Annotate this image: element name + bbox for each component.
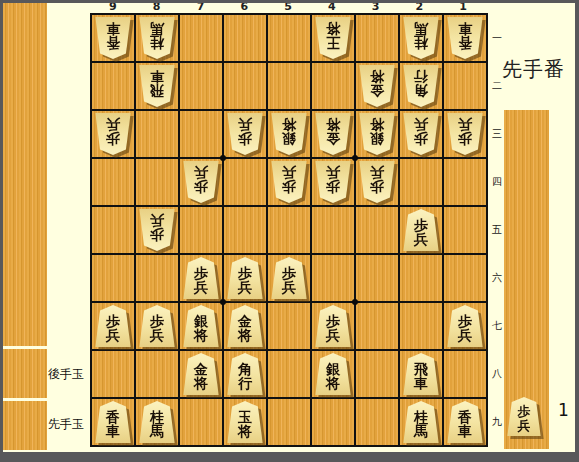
board-square[interactable]: 歩兵 [444,111,486,157]
board-square[interactable]: 香車 [92,399,134,445]
board-square[interactable]: 銀将 [356,111,398,157]
piece-kanji: 兵 [238,118,252,132]
board-square[interactable] [92,159,134,205]
board-square[interactable]: 歩兵 [268,159,310,205]
board-square[interactable]: 金将 [180,351,222,397]
piece-face: 銀将 [359,113,395,155]
shogi-piece[interactable]: 歩兵 [183,257,219,299]
piece-face: 歩兵 [271,161,307,203]
piece-kanji: 馬 [414,22,428,36]
hand-piece-count: 1 [558,400,569,420]
piece-kanji: 兵 [518,419,531,432]
board-square[interactable] [136,159,178,205]
piece-kanji: 将 [194,328,208,342]
piece-kanji: 将 [370,70,384,84]
board-square[interactable] [92,63,134,109]
board-square[interactable]: 銀将 [180,303,222,349]
piece-kanji: 馬 [150,424,164,438]
piece-kanji: 兵 [458,118,472,132]
piece-kanji: 歩 [282,180,296,194]
board-square[interactable] [400,255,442,301]
shogi-piece[interactable]: 歩兵 [315,161,351,203]
piece-kanji: 角 [414,84,428,98]
rank-label: 四 [489,159,505,205]
piece-face: 香車 [447,401,483,443]
piece-face: 歩兵 [227,113,263,155]
board-square[interactable] [312,63,354,109]
piece-kanji: 行 [414,70,428,84]
shogi-piece[interactable]: 角行 [403,65,439,107]
piece-face: 桂馬 [139,401,175,443]
star-point [220,155,226,161]
board-square[interactable] [444,207,486,253]
piece-kanji: 将 [370,118,384,132]
piece-face: 歩兵 [403,209,439,251]
shogi-piece[interactable]: 玉将 [227,401,263,443]
piece-kanji: 歩 [238,266,252,280]
board-square[interactable]: 桂馬 [400,15,442,61]
shogi-piece[interactable]: 銀将 [315,353,351,395]
board-square[interactable]: 飛車 [136,63,178,109]
piece-kanji: 兵 [150,214,164,228]
piece-face: 歩兵 [315,305,351,347]
board-square[interactable]: 飛車 [400,351,442,397]
board-square[interactable]: 歩兵 [92,111,134,157]
piece-kanji: 香 [458,36,472,50]
piece-kanji: 兵 [326,166,340,180]
piece-kanji: 車 [458,424,472,438]
piece-kanji: 車 [106,22,120,36]
sente-hand-piece[interactable]: 歩兵 [507,397,541,436]
piece-face: 銀将 [315,353,351,395]
shogi-piece[interactable]: 銀将 [359,113,395,155]
window-border [0,0,579,3]
rank-label: 七 [489,303,505,349]
piece-kanji: 車 [150,70,164,84]
piece-kanji: 将 [194,376,208,390]
piece-kanji: 歩 [326,314,340,328]
board-square[interactable]: 歩兵 [224,255,266,301]
board-square[interactable]: 銀将 [312,351,354,397]
board-square[interactable] [356,255,398,301]
board-square[interactable] [180,399,222,445]
piece-face: 金将 [227,305,263,347]
board-square[interactable] [268,303,310,349]
piece-kanji: 兵 [458,328,472,342]
piece-kanji: 銀 [194,314,208,328]
board-square[interactable]: 角行 [400,63,442,109]
piece-kanji: 歩 [194,266,208,280]
shogi-piece[interactable]: 歩兵 [139,209,175,251]
piece-kanji: 車 [106,424,120,438]
board-square[interactable]: 歩兵 [224,111,266,157]
board-square[interactable]: 歩兵 [136,303,178,349]
piece-kanji: 歩 [414,132,428,146]
board-square[interactable]: 銀将 [268,111,310,157]
piece-face: 歩兵 [95,305,131,347]
board-square[interactable] [444,351,486,397]
board-square[interactable] [224,207,266,253]
piece-kanji: 将 [282,118,296,132]
shogi-board: 香車桂馬王将桂馬香車飛車金将角行歩兵歩兵銀将金将銀将歩兵歩兵歩兵歩兵歩兵歩兵歩兵… [90,13,488,447]
board-square[interactable]: 歩兵 [400,111,442,157]
piece-face: 銀将 [183,305,219,347]
window-border [575,0,579,462]
board-square[interactable] [224,159,266,205]
piece-face: 桂馬 [403,17,439,59]
board-square[interactable] [268,63,310,109]
piece-kanji: 行 [238,376,252,390]
piece-kanji: 歩 [106,132,120,146]
board-square[interactable] [180,63,222,109]
board-square[interactable] [92,351,134,397]
piece-kanji: 歩 [370,180,384,194]
board-square[interactable] [400,303,442,349]
piece-kanji: 金 [238,314,252,328]
sente-king-label: 先手玉 [48,417,88,431]
piece-face: 飛車 [403,353,439,395]
piece-kanji: 将 [238,424,252,438]
star-point [220,299,226,305]
gote-hand-tray [3,3,47,450]
piece-face: 香車 [95,401,131,443]
board-square[interactable] [356,15,398,61]
piece-kanji: 兵 [194,166,208,180]
tray-divider [3,398,47,401]
piece-face: 歩兵 [403,113,439,155]
board-square[interactable] [356,303,398,349]
shogi-piece[interactable]: 歩兵 [183,161,219,203]
piece-kanji: 桂 [414,36,428,50]
board-square[interactable]: 玉将 [224,399,266,445]
board-square[interactable] [312,399,354,445]
star-point [352,299,358,305]
board-square[interactable]: 金将 [312,111,354,157]
gote-king-label: 後手玉 [48,367,88,381]
board-square[interactable] [180,15,222,61]
board-square[interactable]: 金将 [356,63,398,109]
piece-kanji: 歩 [106,314,120,328]
board-square[interactable]: 香車 [444,15,486,61]
shogi-piece[interactable]: 歩兵 [359,161,395,203]
board-square[interactable] [356,399,398,445]
rank-label: 九 [489,399,505,445]
board-square[interactable] [444,159,486,205]
piece-kanji: 兵 [106,328,120,342]
star-point [352,155,358,161]
piece-kanji: 車 [414,376,428,390]
shogi-piece[interactable]: 金将 [183,353,219,395]
board-square[interactable] [268,351,310,397]
board-square[interactable]: 歩兵 [268,255,310,301]
board-square[interactable] [444,255,486,301]
piece-face: 金将 [315,113,351,155]
board-square[interactable] [400,159,442,205]
shogi-piece[interactable]: 飛車 [139,65,175,107]
board-square[interactable] [92,255,134,301]
piece-kanji: 兵 [194,280,208,294]
piece-kanji: 車 [458,22,472,36]
board-square[interactable]: 桂馬 [136,399,178,445]
window-border [0,452,579,462]
piece-kanji: 香 [106,36,120,50]
piece-kanji: 歩 [518,405,531,418]
board-square[interactable] [268,15,310,61]
shogi-piece[interactable]: 桂馬 [403,17,439,59]
piece-kanji: 飛 [150,84,164,98]
piece-kanji: 歩 [414,218,428,232]
piece-face: 歩兵 [507,397,541,436]
board-square[interactable] [268,399,310,445]
piece-kanji: 兵 [414,232,428,246]
board-square[interactable]: 歩兵 [312,159,354,205]
tray-divider [3,346,47,349]
piece-kanji: 兵 [106,118,120,132]
rank-label: 六 [489,255,505,301]
shogi-piece[interactable]: 歩兵 [227,113,263,155]
piece-kanji: 銀 [370,132,384,146]
rank-label: 五 [489,207,505,253]
shogi-piece[interactable]: 歩兵 [271,257,307,299]
board-square[interactable]: 歩兵 [92,303,134,349]
piece-face: 歩兵 [359,161,395,203]
piece-kanji: 玉 [238,410,252,424]
piece-kanji: 将 [326,376,340,390]
piece-face: 金将 [359,65,395,107]
piece-face: 玉将 [227,401,263,443]
shogi-piece[interactable]: 金将 [227,305,263,347]
rank-label: 八 [489,351,505,397]
shogi-piece[interactable]: 銀将 [183,305,219,347]
piece-face: 王将 [315,17,351,59]
board-square[interactable]: 香車 [92,15,134,61]
piece-face: 歩兵 [227,257,263,299]
piece-kanji: 将 [238,328,252,342]
piece-face: 歩兵 [447,113,483,155]
piece-kanji: 飛 [414,362,428,376]
board-square[interactable]: 歩兵 [400,207,442,253]
shogi-piece[interactable]: 歩兵 [403,113,439,155]
window-border [0,0,3,462]
piece-face: 飛車 [139,65,175,107]
piece-face: 金将 [183,353,219,395]
board-square[interactable]: 角行 [224,351,266,397]
piece-kanji: 金 [326,132,340,146]
piece-kanji: 兵 [150,328,164,342]
board-square[interactable]: 歩兵 [356,159,398,205]
shogi-piece[interactable]: 歩兵 [315,305,351,347]
piece-kanji: 歩 [238,132,252,146]
turn-indicator: 先手番 [502,56,565,83]
piece-kanji: 桂 [414,410,428,424]
board-square[interactable] [224,63,266,109]
shogi-piece[interactable]: 歩兵 [403,209,439,251]
piece-kanji: 馬 [150,22,164,36]
shogi-piece[interactable]: 歩兵 [227,257,263,299]
rank-label: 三 [489,111,505,157]
board-square[interactable]: 王将 [312,15,354,61]
board-square[interactable]: 歩兵 [180,159,222,205]
piece-kanji: 兵 [414,118,428,132]
piece-kanji: 兵 [370,166,384,180]
board-square[interactable] [444,63,486,109]
board-square[interactable]: 歩兵 [444,303,486,349]
board-square[interactable]: 香車 [444,399,486,445]
piece-face: 銀将 [271,113,307,155]
piece-face: 歩兵 [139,305,175,347]
piece-kanji: 歩 [150,228,164,242]
piece-kanji: 銀 [282,132,296,146]
board-square[interactable]: 歩兵 [136,207,178,253]
board-square[interactable] [312,255,354,301]
piece-kanji: 歩 [150,314,164,328]
board-square[interactable]: 桂馬 [136,15,178,61]
shogi-piece[interactable]: 香車 [447,401,483,443]
piece-face: 角行 [227,353,263,395]
piece-face: 歩兵 [315,161,351,203]
shogi-piece[interactable]: 桂馬 [139,17,175,59]
piece-kanji: 金 [370,84,384,98]
piece-kanji: 将 [326,118,340,132]
piece-kanji: 将 [326,22,340,36]
piece-kanji: 兵 [326,328,340,342]
board-square[interactable] [356,351,398,397]
board-square[interactable] [180,111,222,157]
piece-kanji: 兵 [282,166,296,180]
shogi-piece[interactable]: 歩兵 [139,305,175,347]
rank-label: 一 [489,15,505,61]
piece-face: 香車 [95,17,131,59]
board-square[interactable] [136,255,178,301]
board-square[interactable]: 歩兵 [312,303,354,349]
board-square[interactable] [356,207,398,253]
piece-kanji: 銀 [326,362,340,376]
shogi-piece[interactable]: 桂馬 [403,401,439,443]
piece-face: 桂馬 [139,17,175,59]
shogi-piece[interactable]: 桂馬 [139,401,175,443]
shogi-piece[interactable]: 金将 [359,65,395,107]
piece-face: 歩兵 [95,113,131,155]
shogi-piece[interactable]: 歩兵 [95,113,131,155]
piece-face: 歩兵 [447,305,483,347]
piece-kanji: 王 [326,36,340,50]
shogi-piece[interactable]: 歩兵 [271,161,307,203]
board-square[interactable] [136,351,178,397]
board-square[interactable] [312,207,354,253]
piece-kanji: 角 [238,362,252,376]
piece-face: 角行 [403,65,439,107]
shogi-piece[interactable]: 香車 [447,17,483,59]
piece-kanji: 歩 [282,266,296,280]
shogi-piece[interactable]: 歩兵 [95,305,131,347]
piece-kanji: 馬 [414,424,428,438]
piece-kanji: 歩 [458,314,472,328]
shogi-piece[interactable]: 香車 [95,401,131,443]
board-square[interactable] [268,207,310,253]
board-square[interactable]: 桂馬 [400,399,442,445]
piece-kanji: 兵 [282,280,296,294]
shogi-app-window: 後手玉 先手玉 987654321 一二三四五六七八九 香車桂馬王将桂馬香車飛車… [0,0,579,462]
piece-kanji: 香 [106,410,120,424]
board-square[interactable] [180,207,222,253]
piece-face: 香車 [447,17,483,59]
board-square[interactable] [224,15,266,61]
piece-kanji: 歩 [326,180,340,194]
shogi-piece[interactable]: 金将 [315,113,351,155]
board-square[interactable]: 金将 [224,303,266,349]
piece-kanji: 金 [194,362,208,376]
piece-kanji: 歩 [458,132,472,146]
piece-face: 歩兵 [271,257,307,299]
shogi-piece[interactable]: 銀将 [271,113,307,155]
shogi-piece[interactable]: 角行 [227,353,263,395]
board-square[interactable] [136,111,178,157]
piece-face: 歩兵 [139,209,175,251]
piece-kanji: 桂 [150,36,164,50]
shogi-piece[interactable]: 飛車 [403,353,439,395]
shogi-piece[interactable]: 歩兵 [447,113,483,155]
piece-kanji: 香 [458,410,472,424]
shogi-piece[interactable]: 歩兵 [507,397,541,436]
piece-face: 歩兵 [183,161,219,203]
piece-face: 桂馬 [403,401,439,443]
board-square[interactable] [92,207,134,253]
board-square[interactable]: 歩兵 [180,255,222,301]
piece-kanji: 兵 [238,280,252,294]
piece-kanji: 歩 [194,180,208,194]
piece-face: 歩兵 [183,257,219,299]
piece-kanji: 桂 [150,410,164,424]
shogi-piece[interactable]: 歩兵 [447,305,483,347]
shogi-piece[interactable]: 香車 [95,17,131,59]
shogi-piece[interactable]: 王将 [315,17,351,59]
